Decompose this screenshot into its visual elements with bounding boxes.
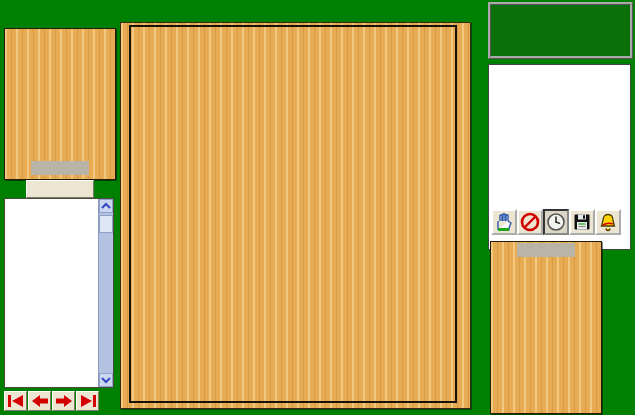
kyo-shogi-window	[0, 0, 635, 415]
shogi-board	[120, 22, 471, 409]
toolbar	[491, 209, 621, 235]
kifu-move-list[interactable]	[4, 198, 114, 388]
no-entry-icon[interactable]	[517, 209, 543, 235]
clock-icon[interactable]	[543, 209, 569, 235]
step-forward-button[interactable]	[52, 391, 75, 411]
step-back-button[interactable]	[28, 391, 51, 411]
kifu-scrollbar[interactable]	[98, 199, 113, 387]
scroll-up-button[interactable]	[99, 199, 113, 213]
floppy-save-icon[interactable]	[569, 209, 595, 235]
go-first-button[interactable]	[4, 391, 27, 411]
bell-icon[interactable]	[595, 209, 621, 235]
hand-icon[interactable]	[491, 209, 517, 235]
scrollbar-thumb[interactable]	[99, 215, 113, 233]
kifu-nav-buttons	[4, 391, 99, 411]
go-last-button[interactable]	[76, 391, 99, 411]
sente-label	[517, 243, 575, 257]
gote-hand-tray	[4, 28, 116, 180]
board-grid	[129, 25, 457, 403]
gote-label	[31, 161, 89, 175]
app-title	[488, 2, 633, 59]
scroll-down-button[interactable]	[99, 373, 113, 387]
sente-hand-tray	[490, 241, 602, 414]
board-row-labels	[470, 24, 488, 394]
kifu-header	[26, 180, 94, 198]
